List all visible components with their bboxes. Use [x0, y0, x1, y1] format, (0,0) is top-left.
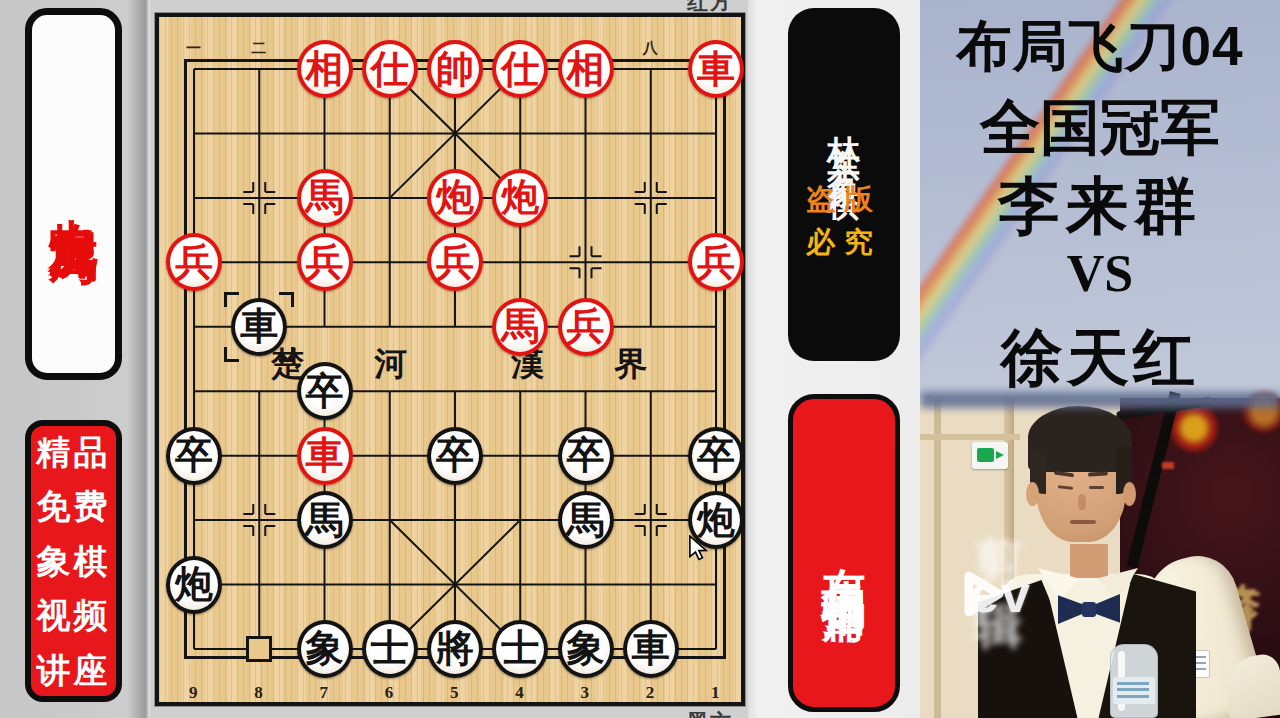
series-panel: 布局骗招篇	[788, 394, 900, 712]
water-bottle	[1110, 644, 1158, 718]
piece-black-pawn[interactable]: 卒	[427, 427, 483, 485]
title-line: 布局飞刀04	[920, 10, 1280, 84]
right-sidebar: 林东方象棋 盗版必究 布局骗招篇	[748, 0, 920, 718]
door-lintel	[920, 434, 1020, 440]
file-label-bottom: 5	[450, 683, 459, 703]
bottle-label	[1113, 677, 1155, 704]
piece-red-elephant[interactable]: 相	[297, 40, 353, 98]
piece-black-chariot[interactable]: 車	[231, 298, 287, 356]
player-nose	[1078, 494, 1086, 510]
river-left-text: 楚 河	[271, 342, 438, 387]
promo-line: 视频	[37, 588, 111, 642]
piece-black-advisor[interactable]: 士	[492, 620, 548, 678]
photo-top-edge	[920, 392, 1280, 408]
piece-black-pawn[interactable]: 卒	[166, 427, 222, 485]
player-ear	[1026, 482, 1039, 506]
opening-title-text: 中炮对屏风马	[49, 179, 98, 209]
piece-red-cannon[interactable]: 炮	[492, 169, 548, 227]
piece-red-chariot[interactable]: 車	[688, 40, 744, 98]
piece-red-king[interactable]: 帥	[427, 40, 483, 98]
promo-line: 讲座	[37, 643, 111, 697]
promo-line: 免费	[37, 479, 111, 533]
promo-panel: 精品免费象棋视频讲座	[25, 420, 122, 702]
piece-red-horse[interactable]: 馬	[297, 169, 353, 227]
bow-tie-knot	[1082, 602, 1096, 617]
brand-name-text: 林东方象棋	[828, 109, 861, 174]
title-line: 全国冠军	[920, 88, 1280, 169]
door-frame-line	[934, 398, 941, 718]
piece-red-pawn[interactable]: 兵	[297, 233, 353, 291]
piece-red-cannon[interactable]: 炮	[427, 169, 483, 227]
piece-red-pawn[interactable]: 兵	[166, 233, 222, 291]
piece-black-chariot[interactable]: 車	[623, 620, 679, 678]
file-label-bottom: 8	[254, 683, 263, 703]
piece-red-pawn[interactable]: 兵	[558, 298, 614, 356]
exit-sign-arrow	[996, 451, 1004, 459]
piece-red-chariot[interactable]: 車	[297, 427, 353, 485]
player-neck	[1070, 544, 1108, 578]
watermark-blur-text: 剪辑	[974, 530, 1028, 658]
piece-red-advisor[interactable]: 仕	[362, 40, 418, 98]
player-ear	[1123, 482, 1136, 506]
promo-line: 象棋	[37, 534, 111, 588]
file-label-bottom: 9	[189, 683, 198, 703]
file-label-bottom: 2	[646, 683, 655, 703]
piece-red-pawn[interactable]: 兵	[688, 233, 744, 291]
exit-sign-pictogram	[977, 448, 994, 462]
piece-black-pawn[interactable]: 卒	[558, 427, 614, 485]
player-eye	[1089, 486, 1104, 489]
brand-panel: 林东方象棋 盗版必究	[788, 8, 900, 361]
xiangqi-board[interactable]: 一二三四五六七八九987654321楚 河漢 界相仕帥仕相車馬炮炮兵兵兵兵車馬兵…	[155, 13, 745, 706]
piece-black-pawn[interactable]: 卒	[297, 362, 353, 420]
last-move-from-marker	[246, 636, 272, 662]
piece-black-horse[interactable]: 馬	[558, 491, 614, 549]
file-label-bottom: 3	[581, 683, 590, 703]
opening-name-panel: 中炮对屏风马	[25, 8, 122, 380]
piece-black-cannon[interactable]: 炮	[688, 491, 744, 549]
title-line: VS	[920, 244, 1280, 303]
piece-black-cannon[interactable]: 炮	[166, 556, 222, 614]
backdrop-emblem	[1170, 404, 1218, 452]
piece-red-elephant[interactable]: 相	[558, 40, 614, 98]
piece-black-horse[interactable]: 馬	[297, 491, 353, 549]
file-label-bottom: 4	[515, 683, 524, 703]
exit-sign	[972, 442, 1008, 469]
board-area: 红方 一二三四五六七八九987654321楚 河漢 界相仕帥仕相車馬炮炮兵兵兵兵…	[150, 0, 748, 718]
file-label-top: 八	[643, 39, 658, 58]
promo-line: 精品	[37, 425, 111, 479]
file-label-bottom: 7	[320, 683, 329, 703]
title-line: 徐天红	[920, 316, 1280, 400]
piece-black-advisor[interactable]: 士	[362, 620, 418, 678]
series-title-text: 布局骗招篇	[822, 533, 866, 573]
player-photo: 育修	[920, 398, 1280, 718]
file-label-top: 二	[251, 39, 266, 58]
piece-red-pawn[interactable]: 兵	[427, 233, 483, 291]
piece-red-advisor[interactable]: 仕	[492, 40, 548, 98]
file-label-bottom: 1	[711, 683, 720, 703]
piece-black-elephant[interactable]: 象	[297, 620, 353, 678]
anti-piracy-line: 盗版	[806, 181, 882, 217]
piece-black-king[interactable]: 將	[427, 620, 483, 678]
title-line: 李来群	[920, 164, 1280, 248]
video-frame: 中炮对屏风马 精品免费象棋视频讲座 红方 一二三四五六七八九987654321楚…	[0, 0, 1280, 718]
piece-black-elephant[interactable]: 象	[558, 620, 614, 678]
player-mouth	[1070, 520, 1096, 524]
camera-light	[1162, 462, 1174, 469]
file-label-top: 一	[186, 39, 201, 58]
piece-black-pawn[interactable]: 卒	[688, 427, 744, 485]
anti-piracy-line: 必究	[806, 224, 882, 260]
left-sidebar: 中炮对屏风马 精品免费象棋视频讲座	[0, 0, 150, 718]
file-label-bottom: 6	[385, 683, 394, 703]
title-photo-panel: 布局飞刀04全国冠军李来群VS徐天红 育修	[920, 0, 1280, 718]
piece-red-horse[interactable]: 馬	[492, 298, 548, 356]
